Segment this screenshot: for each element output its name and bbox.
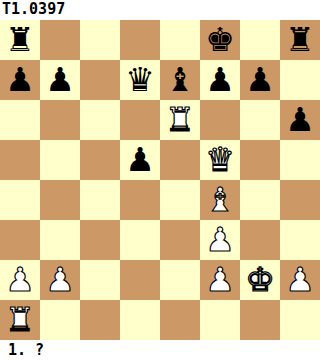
square-h1[interactable]	[280, 300, 320, 340]
square-f2[interactable]: ♟	[200, 260, 240, 300]
white-pawn[interactable]: ♟	[285, 260, 315, 300]
square-h6[interactable]: ♟	[280, 100, 320, 140]
white-pawn[interactable]: ♟	[5, 260, 35, 300]
square-d3[interactable]	[120, 220, 160, 260]
square-h4[interactable]	[280, 180, 320, 220]
square-d6[interactable]	[120, 100, 160, 140]
chess-board: ♜♚♜♟♟♛♝♟♟♜♟♟♛♝♟♟♟♟♚♟♜	[0, 20, 320, 340]
square-c6[interactable]	[80, 100, 120, 140]
square-e6[interactable]: ♜	[160, 100, 200, 140]
square-f4[interactable]: ♝	[200, 180, 240, 220]
black-pawn[interactable]: ♟	[5, 60, 35, 100]
square-a1[interactable]: ♜	[0, 300, 40, 340]
square-c7[interactable]	[80, 60, 120, 100]
square-h3[interactable]	[280, 220, 320, 260]
square-g5[interactable]	[240, 140, 280, 180]
square-a5[interactable]	[0, 140, 40, 180]
square-b4[interactable]	[40, 180, 80, 220]
puzzle-id: T1.0397	[0, 0, 320, 20]
square-f8[interactable]: ♚	[200, 20, 240, 60]
square-g1[interactable]	[240, 300, 280, 340]
square-e8[interactable]	[160, 20, 200, 60]
move-prompt: 1. ?	[0, 340, 320, 360]
square-e2[interactable]	[160, 260, 200, 300]
square-c1[interactable]	[80, 300, 120, 340]
square-d7[interactable]: ♛	[120, 60, 160, 100]
white-king[interactable]: ♚	[245, 260, 275, 300]
white-rook[interactable]: ♜	[165, 100, 195, 140]
square-g7[interactable]: ♟	[240, 60, 280, 100]
square-a2[interactable]: ♟	[0, 260, 40, 300]
square-g4[interactable]	[240, 180, 280, 220]
white-pawn[interactable]: ♟	[45, 260, 75, 300]
square-c2[interactable]	[80, 260, 120, 300]
square-h8[interactable]: ♜	[280, 20, 320, 60]
square-b8[interactable]	[40, 20, 80, 60]
square-f5[interactable]: ♛	[200, 140, 240, 180]
square-d8[interactable]	[120, 20, 160, 60]
white-rook[interactable]: ♜	[5, 300, 35, 340]
square-b5[interactable]	[40, 140, 80, 180]
square-a6[interactable]	[0, 100, 40, 140]
square-a7[interactable]: ♟	[0, 60, 40, 100]
square-f7[interactable]: ♟	[200, 60, 240, 100]
square-g6[interactable]	[240, 100, 280, 140]
square-d1[interactable]	[120, 300, 160, 340]
square-h5[interactable]	[280, 140, 320, 180]
square-f1[interactable]	[200, 300, 240, 340]
square-c4[interactable]	[80, 180, 120, 220]
black-king[interactable]: ♚	[205, 20, 235, 60]
square-e3[interactable]	[160, 220, 200, 260]
square-a4[interactable]	[0, 180, 40, 220]
black-rook[interactable]: ♜	[5, 20, 35, 60]
square-g3[interactable]	[240, 220, 280, 260]
black-pawn[interactable]: ♟	[45, 60, 75, 100]
square-e1[interactable]	[160, 300, 200, 340]
square-c3[interactable]	[80, 220, 120, 260]
square-f6[interactable]	[200, 100, 240, 140]
square-d4[interactable]	[120, 180, 160, 220]
square-e5[interactable]	[160, 140, 200, 180]
white-pawn[interactable]: ♟	[205, 260, 235, 300]
square-b3[interactable]	[40, 220, 80, 260]
square-b2[interactable]: ♟	[40, 260, 80, 300]
black-pawn[interactable]: ♟	[245, 60, 275, 100]
square-h2[interactable]: ♟	[280, 260, 320, 300]
white-pawn[interactable]: ♟	[205, 220, 235, 260]
white-queen[interactable]: ♛	[205, 140, 235, 180]
square-c8[interactable]	[80, 20, 120, 60]
square-e4[interactable]	[160, 180, 200, 220]
square-g8[interactable]	[240, 20, 280, 60]
black-rook[interactable]: ♜	[285, 20, 315, 60]
square-d5[interactable]: ♟	[120, 140, 160, 180]
square-a3[interactable]	[0, 220, 40, 260]
black-bishop[interactable]: ♝	[165, 60, 195, 100]
black-pawn[interactable]: ♟	[125, 140, 155, 180]
square-a8[interactable]: ♜	[0, 20, 40, 60]
black-queen[interactable]: ♛	[125, 60, 155, 100]
black-pawn[interactable]: ♟	[205, 60, 235, 100]
square-f3[interactable]: ♟	[200, 220, 240, 260]
square-g2[interactable]: ♚	[240, 260, 280, 300]
square-b1[interactable]	[40, 300, 80, 340]
square-c5[interactable]	[80, 140, 120, 180]
square-e7[interactable]: ♝	[160, 60, 200, 100]
square-h7[interactable]	[280, 60, 320, 100]
square-b7[interactable]: ♟	[40, 60, 80, 100]
square-d2[interactable]	[120, 260, 160, 300]
white-bishop[interactable]: ♝	[205, 180, 235, 220]
black-pawn[interactable]: ♟	[285, 100, 315, 140]
square-b6[interactable]	[40, 100, 80, 140]
